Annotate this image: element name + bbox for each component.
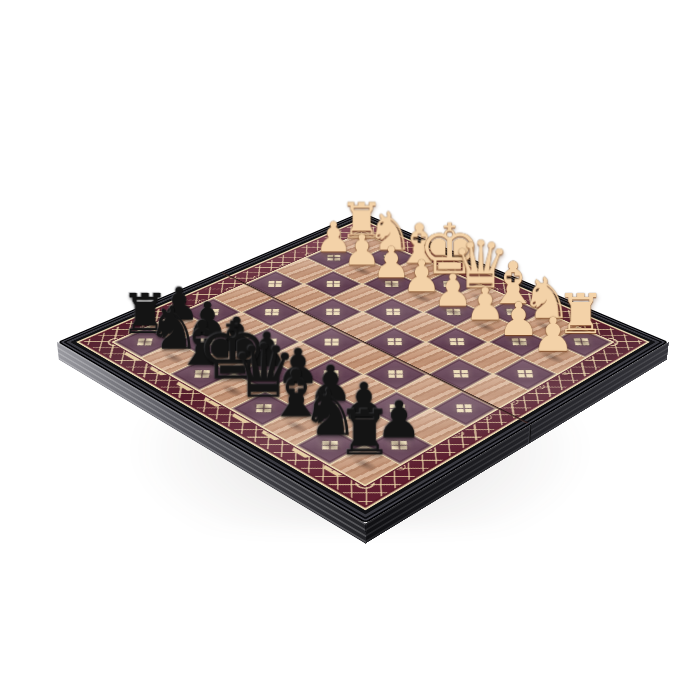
scene: abcdefgh ♜♞♝♚♛♝♞♜♟♟♟♟♟♟♟♟♟♟♟♟♟♟♟♟♜♞♝♚♛♝♞… bbox=[0, 0, 700, 700]
chess-board: abcdefgh ♜♞♝♚♛♝♞♜♟♟♟♟♟♟♟♟♟♟♟♟♟♟♟♟♜♞♝♚♛♝♞… bbox=[58, 212, 669, 523]
white-pawn-glyph: ♟ bbox=[533, 311, 575, 358]
black-rook-glyph: ♜ bbox=[337, 402, 393, 464]
fold-seam bbox=[528, 424, 531, 444]
